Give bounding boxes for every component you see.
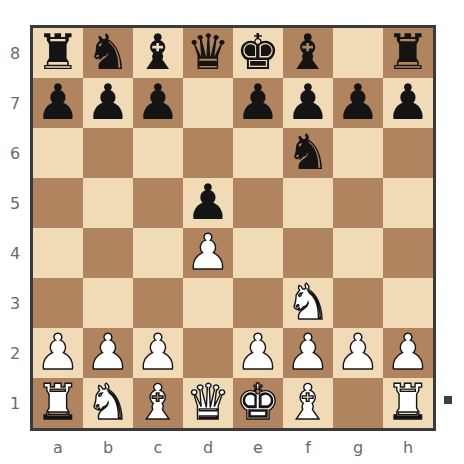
square-a3[interactable] — [33, 278, 83, 328]
piece-black-pawn-a7[interactable]: ♟ — [36, 78, 80, 127]
square-f2[interactable]: ♟ — [283, 328, 333, 378]
square-c3[interactable] — [133, 278, 183, 328]
square-f4[interactable] — [283, 228, 333, 278]
file-label-a: a — [33, 433, 83, 461]
square-a8[interactable]: ♜ — [33, 28, 83, 78]
square-e3[interactable] — [233, 278, 283, 328]
piece-white-pawn-e2[interactable]: ♟ — [236, 328, 280, 377]
square-a4[interactable] — [33, 228, 83, 278]
square-d3[interactable] — [183, 278, 233, 328]
square-g3[interactable] — [333, 278, 383, 328]
file-label-c: c — [133, 433, 183, 461]
square-c4[interactable] — [133, 228, 183, 278]
square-c6[interactable] — [133, 128, 183, 178]
piece-black-pawn-f7[interactable]: ♟ — [286, 78, 330, 127]
square-h2[interactable]: ♟ — [383, 328, 433, 378]
square-d2[interactable] — [183, 328, 233, 378]
square-h7[interactable]: ♟ — [383, 78, 433, 128]
piece-black-pawn-d5[interactable]: ♟ — [186, 178, 230, 227]
square-h6[interactable] — [383, 128, 433, 178]
square-b8[interactable]: ♞ — [83, 28, 133, 78]
square-a2[interactable]: ♟ — [33, 328, 83, 378]
square-e7[interactable]: ♟ — [233, 78, 283, 128]
piece-white-rook-a1[interactable]: ♜ — [36, 378, 80, 427]
square-a5[interactable] — [33, 178, 83, 228]
file-label-d: d — [183, 433, 233, 461]
square-e4[interactable] — [233, 228, 283, 278]
square-d6[interactable] — [183, 128, 233, 178]
square-b2[interactable]: ♟ — [83, 328, 133, 378]
square-c7[interactable]: ♟ — [133, 78, 183, 128]
chess-board-page: 87654321 ♜♞♝♛♚♝♜♟♟♟♟♟♟♟♞♟♟♞♟♟♟♟♟♟♟♜♞♝♛♚♝… — [0, 0, 464, 464]
square-e5[interactable] — [233, 178, 283, 228]
square-f3[interactable]: ♞ — [283, 278, 333, 328]
square-f6[interactable]: ♞ — [283, 128, 333, 178]
rank-label-2: 2 — [0, 328, 30, 378]
piece-white-pawn-a2[interactable]: ♟ — [36, 328, 80, 377]
square-h8[interactable]: ♜ — [383, 28, 433, 78]
piece-black-queen-d8[interactable]: ♛ — [186, 28, 230, 77]
square-b1[interactable]: ♞ — [83, 378, 133, 428]
piece-white-pawn-f2[interactable]: ♟ — [286, 328, 330, 377]
square-e8[interactable]: ♚ — [233, 28, 283, 78]
square-g6[interactable] — [333, 128, 383, 178]
square-c1[interactable]: ♝ — [133, 378, 183, 428]
square-h3[interactable] — [383, 278, 433, 328]
square-e2[interactable]: ♟ — [233, 328, 283, 378]
piece-white-pawn-g2[interactable]: ♟ — [336, 328, 380, 377]
square-a7[interactable]: ♟ — [33, 78, 83, 128]
square-b6[interactable] — [83, 128, 133, 178]
piece-black-pawn-b7[interactable]: ♟ — [86, 78, 130, 127]
piece-white-knight-b1[interactable]: ♞ — [86, 378, 130, 427]
square-b5[interactable] — [83, 178, 133, 228]
piece-black-bishop-c8[interactable]: ♝ — [136, 28, 180, 77]
square-g5[interactable] — [333, 178, 383, 228]
file-label-g: g — [333, 433, 383, 461]
file-label-h: h — [383, 433, 433, 461]
square-g1[interactable] — [333, 378, 383, 428]
piece-black-pawn-e7[interactable]: ♟ — [236, 78, 280, 127]
piece-black-knight-b8[interactable]: ♞ — [86, 28, 130, 77]
piece-white-pawn-c2[interactable]: ♟ — [136, 328, 180, 377]
piece-black-pawn-h7[interactable]: ♟ — [386, 78, 430, 127]
square-f7[interactable]: ♟ — [283, 78, 333, 128]
piece-white-king-e1[interactable]: ♚ — [236, 378, 280, 427]
rank-label-3: 3 — [0, 278, 30, 328]
piece-black-rook-a8[interactable]: ♜ — [36, 28, 80, 77]
piece-black-pawn-g7[interactable]: ♟ — [336, 78, 380, 127]
square-g8[interactable] — [333, 28, 383, 78]
piece-white-pawn-d4[interactable]: ♟ — [186, 228, 230, 277]
square-g2[interactable]: ♟ — [333, 328, 383, 378]
piece-white-bishop-c1[interactable]: ♝ — [136, 378, 180, 427]
chess-board: ♜♞♝♛♚♝♜♟♟♟♟♟♟♟♞♟♟♞♟♟♟♟♟♟♟♜♞♝♛♚♝♜ — [30, 25, 436, 431]
piece-white-knight-f3[interactable]: ♞ — [286, 278, 330, 327]
square-d4[interactable]: ♟ — [183, 228, 233, 278]
file-labels: abcdefgh — [33, 433, 433, 461]
piece-black-bishop-f8[interactable]: ♝ — [286, 28, 330, 77]
piece-black-knight-f6[interactable]: ♞ — [286, 128, 330, 177]
rank-labels: 87654321 — [0, 28, 30, 428]
rank-label-6: 6 — [0, 128, 30, 178]
square-f1[interactable]: ♝ — [283, 378, 333, 428]
rank-label-7: 7 — [0, 78, 30, 128]
square-d7[interactable] — [183, 78, 233, 128]
square-f5[interactable] — [283, 178, 333, 228]
square-d5[interactable]: ♟ — [183, 178, 233, 228]
square-h4[interactable] — [383, 228, 433, 278]
piece-white-pawn-b2[interactable]: ♟ — [86, 328, 130, 377]
square-d8[interactable]: ♛ — [183, 28, 233, 78]
square-g4[interactable] — [333, 228, 383, 278]
square-d1[interactable]: ♛ — [183, 378, 233, 428]
square-g7[interactable]: ♟ — [333, 78, 383, 128]
piece-black-rook-h8[interactable]: ♜ — [386, 28, 430, 77]
piece-white-queen-d1[interactable]: ♛ — [186, 378, 230, 427]
rank-label-1: 1 — [0, 378, 30, 428]
square-f8[interactable]: ♝ — [283, 28, 333, 78]
piece-black-pawn-c7[interactable]: ♟ — [136, 78, 180, 127]
file-label-b: b — [83, 433, 133, 461]
piece-black-king-e8[interactable]: ♚ — [236, 28, 280, 77]
square-c2[interactable]: ♟ — [133, 328, 183, 378]
square-h5[interactable] — [383, 178, 433, 228]
square-c8[interactable]: ♝ — [133, 28, 183, 78]
piece-white-rook-h1[interactable]: ♜ — [386, 378, 430, 427]
square-c5[interactable] — [133, 178, 183, 228]
turn-indicator — [444, 396, 452, 404]
piece-white-pawn-h2[interactable]: ♟ — [386, 328, 430, 377]
square-a1[interactable]: ♜ — [33, 378, 83, 428]
square-b3[interactable] — [83, 278, 133, 328]
square-e6[interactable] — [233, 128, 283, 178]
square-e1[interactable]: ♚ — [233, 378, 283, 428]
square-a6[interactable] — [33, 128, 83, 178]
rank-label-4: 4 — [0, 228, 30, 278]
square-b4[interactable] — [83, 228, 133, 278]
square-h1[interactable]: ♜ — [383, 378, 433, 428]
rank-label-5: 5 — [0, 178, 30, 228]
file-label-f: f — [283, 433, 333, 461]
file-label-e: e — [233, 433, 283, 461]
square-b7[interactable]: ♟ — [83, 78, 133, 128]
rank-label-8: 8 — [0, 28, 30, 78]
piece-white-bishop-f1[interactable]: ♝ — [286, 378, 330, 427]
